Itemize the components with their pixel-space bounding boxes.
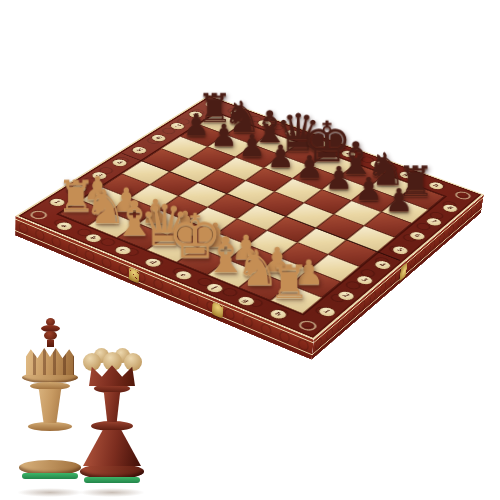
coordinate-label: f (203, 281, 227, 294)
king-felt (22, 473, 78, 479)
coordinate-label: 8 (439, 202, 460, 213)
coordinate-label: 3 (353, 273, 376, 286)
coordinate-label: 5 (129, 145, 150, 155)
frame-ornament (27, 209, 50, 221)
coordinate-label: 5 (389, 244, 411, 256)
brass-hinge (399, 262, 407, 282)
coordinate-label: a (53, 220, 76, 232)
queen-felt (84, 477, 140, 483)
brass-latch (212, 302, 224, 319)
king-body (30, 389, 70, 423)
chess-board-box: abcdefgh abcdefgh 87654321 87654321 ♜♞♝♛… (15, 95, 483, 340)
piece-black-pawn-d7: ♟ (266, 141, 294, 172)
square-d5 (227, 181, 275, 205)
product-photo: abcdefgh abcdefgh 87654321 87654321 ♜♞♝♛… (0, 0, 500, 500)
coordinate-label: d (141, 256, 165, 269)
piece-black-pawn-c7: ♟ (238, 130, 266, 161)
chess-board: abcdefgh abcdefgh 87654321 87654321 ♜♞♝♛… (15, 95, 483, 340)
coordinate-label: 1 (315, 305, 339, 318)
piece-black-pawn-e7: ♟ (295, 151, 323, 182)
coordinate-label: 6 (406, 230, 428, 242)
frame-ornament (296, 319, 320, 333)
frame-ornament (452, 190, 473, 201)
king-crown (26, 345, 74, 375)
coordinate-label: h (266, 307, 290, 321)
display-king-light (16, 318, 84, 494)
coordinate-label: e (172, 269, 196, 282)
piece-black-pawn-h7: ♟ (384, 184, 413, 216)
king-finial (47, 340, 54, 347)
king-finial (44, 331, 57, 340)
piece-shadow (17, 488, 83, 497)
piece-black-pawn-f7: ♟ (324, 162, 352, 193)
coordinate-label: c (111, 244, 134, 256)
coordinate-label: 7 (423, 216, 445, 228)
piece-shadow (79, 488, 145, 497)
queen-body-ring (91, 421, 133, 431)
piece-white-rook-h1: ♜ (268, 260, 309, 306)
piece-black-pawn-a7: ♟ (182, 110, 209, 140)
coordinate-label: b (82, 232, 105, 244)
coordinate-label: 4 (109, 157, 131, 168)
piece-black-pawn-b7: ♟ (210, 120, 237, 151)
king-neck-ring (30, 382, 70, 390)
crown-ball (124, 353, 142, 371)
coordinate-label: 6 (148, 133, 169, 143)
queen-skirt (83, 430, 141, 466)
king-skirt (22, 430, 78, 462)
piece-black-pawn-g7: ♟ (354, 173, 382, 205)
coordinate-label: 4 (371, 258, 394, 270)
brass-latch (128, 267, 139, 284)
coordinate-label: g (234, 294, 258, 307)
king-body-ring (28, 422, 72, 431)
display-queen-dark (76, 348, 148, 494)
coordinate-label: 2 (334, 289, 357, 302)
queen-body (95, 392, 129, 422)
